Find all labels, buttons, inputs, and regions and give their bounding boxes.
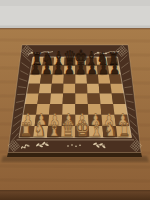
square-e5 [75, 84, 87, 94]
piece-white-queen-d1: ♛ [61, 117, 75, 141]
square-a5 [27, 84, 40, 94]
piece-black-pawn-f7: ♟ [87, 59, 98, 77]
square-c5 [51, 84, 64, 94]
square-e4 [75, 94, 88, 104]
square-b4 [37, 94, 51, 104]
square-g5 [99, 84, 112, 94]
square-d4 [63, 94, 76, 104]
table-front-edge [0, 191, 150, 201]
chess-scene-svg-host: ♜♞♝♛♚♝♞♜♟♟♟♟♟♟♟♟♟♟♟♟♟♟♟♟♜♞♝♛♚♝♞♜ [0, 0, 150, 200]
wall [0, 0, 150, 29]
piece-black-pawn-a7: ♟ [30, 59, 41, 77]
chess-scene-svg: ♜♞♝♛♚♝♞♜♟♟♟♟♟♟♟♟♟♟♟♟♟♟♟♟♜♞♝♛♚♝♞♜ [0, 0, 150, 200]
piece-black-pawn-b7: ♟ [42, 59, 53, 77]
piece-black-pawn-e7: ♟ [76, 59, 87, 77]
piece-black-pawn-d7: ♟ [64, 59, 75, 77]
square-g4 [100, 94, 114, 104]
piece-black-pawn-c7: ♟ [53, 59, 64, 77]
piece-white-knight-b1: ♞ [34, 118, 46, 141]
square-b5 [39, 84, 52, 94]
piece-white-rook-a1: ♜ [20, 119, 32, 141]
piece-white-knight-g1: ♞ [104, 118, 116, 141]
square-d5 [63, 84, 75, 94]
piece-black-pawn-g7: ♟ [98, 59, 109, 77]
piece-white-bishop-f1: ♝ [90, 118, 103, 141]
piece-white-bishop-c1: ♝ [48, 118, 61, 141]
square-c4 [50, 94, 63, 104]
square-h4 [112, 94, 126, 104]
chess-photo-scene: Hand-carved wooden chess set with all pi… [0, 0, 150, 200]
square-f4 [87, 94, 100, 104]
board-front-face [7, 153, 142, 158]
square-f5 [87, 84, 100, 94]
piece-black-pawn-h7: ♟ [110, 59, 121, 77]
piece-white-king-e1: ♚ [75, 116, 89, 142]
piece-white-rook-h1: ♜ [119, 119, 131, 141]
square-h5 [110, 84, 124, 94]
square-a4 [25, 94, 39, 104]
